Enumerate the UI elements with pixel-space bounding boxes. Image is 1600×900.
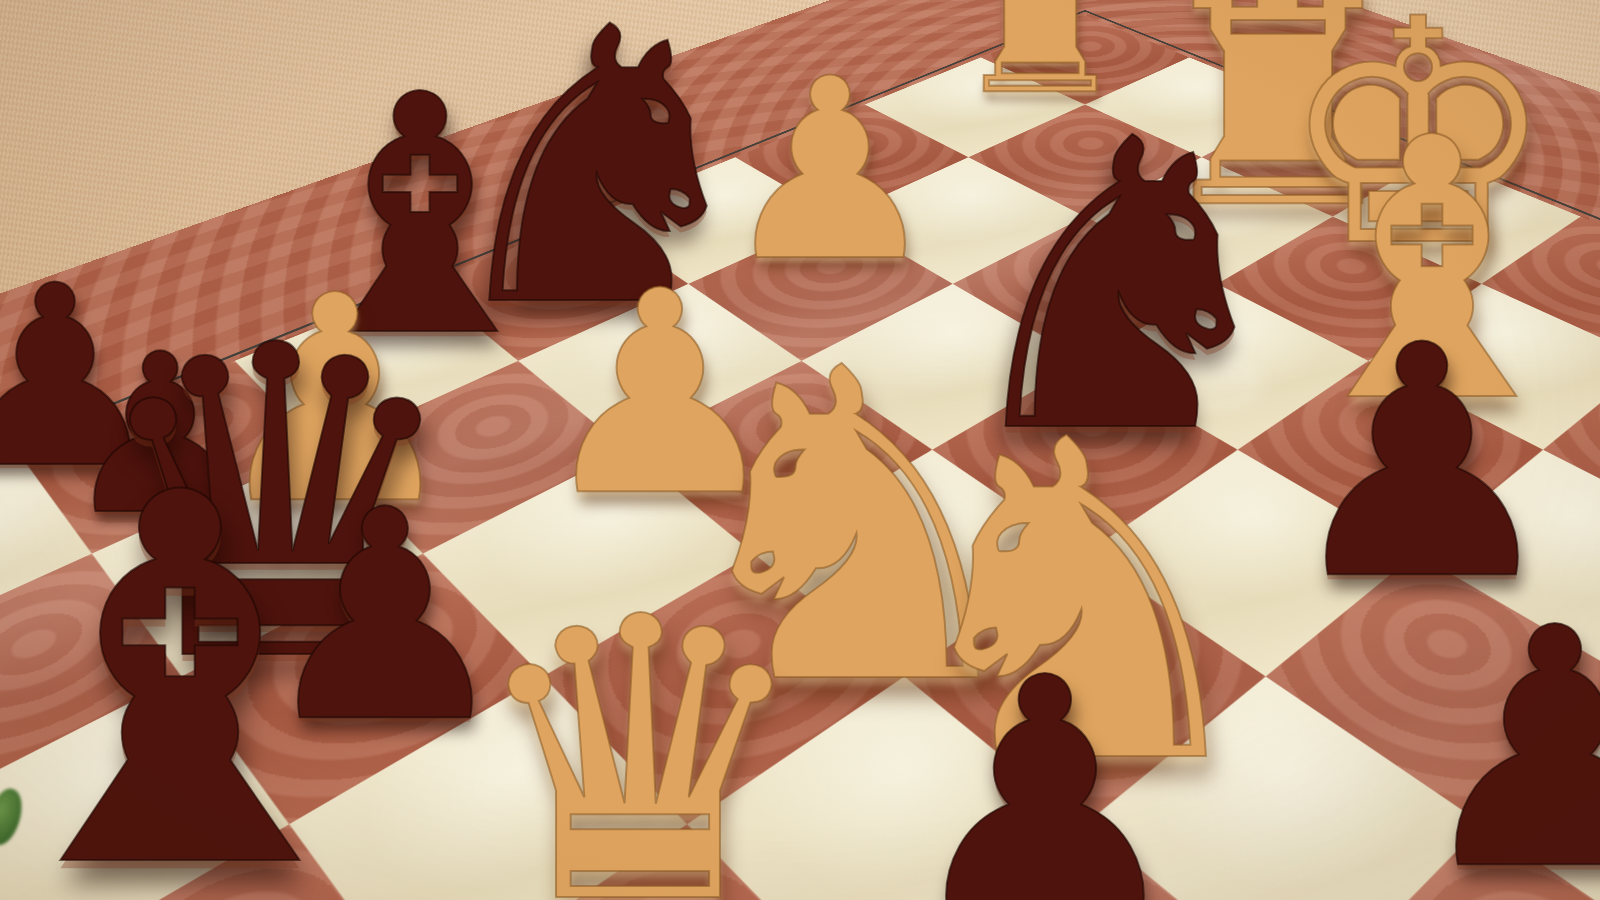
- chess-photo-scene: ♜♜♚♝♞♟♟♟♞♟♞♝♟♞♟♟♛♟♛♟♝: [0, 0, 1600, 900]
- board-frame: [0, 15, 1600, 900]
- chess-board: [0, 15, 1600, 900]
